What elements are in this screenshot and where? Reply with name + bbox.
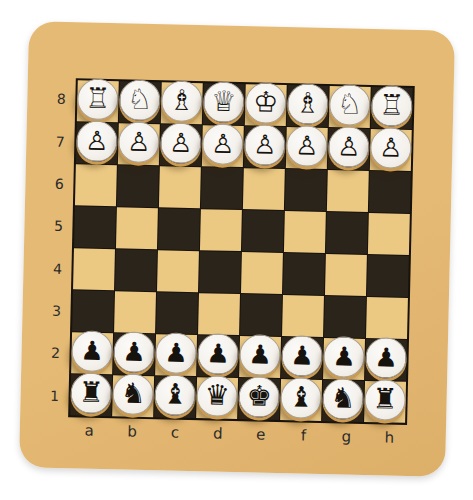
piece-glyph: ♙ — [85, 127, 109, 154]
piece-white-pawn[interactable]: ♙ — [244, 124, 286, 166]
piece-white-rook[interactable]: ♖ — [371, 85, 413, 127]
square-c5[interactable] — [158, 208, 200, 250]
square-g1[interactable]: ♞ — [322, 380, 364, 422]
square-f7[interactable]: ♙ — [286, 127, 328, 169]
file-label-h: h — [368, 426, 411, 449]
file-label-d: d — [196, 422, 239, 445]
piece-glyph: ♔ — [253, 88, 279, 117]
piece-glyph: ♟ — [122, 338, 146, 365]
square-a1[interactable]: ♜ — [70, 374, 112, 416]
piece-black-king[interactable]: ♚ — [238, 376, 280, 418]
square-h2[interactable]: ♟ — [365, 339, 407, 381]
square-a2[interactable]: ♟ — [71, 332, 113, 374]
file-label-e: e — [239, 423, 282, 446]
rank-label-7: 7 — [50, 120, 71, 163]
square-h5[interactable] — [368, 213, 410, 255]
piece-glyph: ♟ — [206, 340, 230, 367]
square-f4[interactable] — [283, 253, 325, 295]
piece-glyph: ♙ — [253, 131, 277, 158]
rank-label-1: 1 — [44, 374, 65, 417]
square-h4[interactable] — [367, 255, 409, 297]
piece-glyph: ♝ — [288, 383, 314, 412]
piece-glyph: ♟ — [374, 344, 398, 371]
piece-white-queen[interactable]: ♕ — [203, 81, 245, 123]
square-b3[interactable] — [114, 291, 156, 333]
piece-glyph: ♚ — [246, 382, 272, 411]
square-a3[interactable] — [72, 290, 114, 332]
square-h7[interactable]: ♙ — [370, 129, 412, 171]
piece-glyph: ♙ — [379, 134, 403, 161]
piece-white-pawn[interactable]: ♙ — [202, 123, 244, 165]
file-label-a: a — [68, 419, 111, 442]
square-d3[interactable] — [198, 293, 240, 335]
square-h3[interactable] — [366, 297, 408, 339]
piece-glyph: ♝ — [162, 380, 188, 409]
square-g2[interactable]: ♟ — [323, 338, 365, 380]
rank-label-5: 5 — [48, 205, 69, 248]
square-b7[interactable]: ♙ — [118, 123, 160, 165]
rank-label-4: 4 — [47, 247, 68, 290]
rank-label-8: 8 — [51, 78, 72, 121]
square-b2[interactable]: ♟ — [113, 333, 155, 375]
piece-white-pawn[interactable]: ♙ — [286, 125, 328, 167]
square-c3[interactable] — [156, 292, 198, 334]
square-g7[interactable]: ♙ — [328, 128, 370, 170]
piece-glyph: ♘ — [337, 90, 363, 119]
piece-glyph: ♙ — [295, 132, 319, 159]
square-e5[interactable] — [242, 210, 284, 252]
square-e4[interactable] — [241, 252, 283, 294]
piece-black-knight[interactable]: ♞ — [322, 378, 364, 420]
piece-glyph: ♙ — [211, 130, 235, 157]
piece-glyph: ♙ — [337, 133, 361, 160]
product-photo-scene: 87654321 ♖♘♗♕♔♗♘♖♙♙♙♙♙♙♙♙♟♟♟♟♟♟♟♟♜♞♝♛♚♝♞… — [0, 0, 473, 500]
square-a5[interactable] — [74, 206, 116, 248]
piece-black-knight[interactable]: ♞ — [112, 373, 154, 415]
piece-glyph: ♟ — [332, 343, 356, 370]
square-f3[interactable] — [282, 295, 324, 337]
square-e6[interactable] — [243, 168, 285, 210]
square-c4[interactable] — [157, 250, 199, 292]
square-e1[interactable]: ♚ — [238, 378, 280, 420]
square-h1[interactable]: ♜ — [364, 381, 406, 423]
square-d5[interactable] — [200, 209, 242, 251]
square-c6[interactable] — [159, 166, 201, 208]
square-b8[interactable]: ♘ — [119, 81, 161, 123]
square-g3[interactable] — [324, 296, 366, 338]
square-d2[interactable]: ♟ — [197, 335, 239, 377]
piece-black-pawn[interactable]: ♟ — [197, 333, 239, 375]
square-a6[interactable] — [75, 164, 117, 206]
square-a8[interactable]: ♖ — [77, 80, 119, 122]
piece-glyph: ♟ — [248, 341, 272, 368]
square-g5[interactable] — [326, 212, 368, 254]
file-label-b: b — [110, 420, 153, 443]
piece-white-king[interactable]: ♔ — [245, 82, 287, 124]
square-e2[interactable]: ♟ — [239, 336, 281, 378]
square-f6[interactable] — [285, 169, 327, 211]
square-h6[interactable] — [369, 171, 411, 213]
rank-label-2: 2 — [45, 332, 66, 375]
piece-black-pawn[interactable]: ♟ — [113, 331, 155, 373]
piece-white-pawn[interactable]: ♙ — [76, 120, 118, 162]
piece-white-knight[interactable]: ♘ — [119, 79, 161, 121]
square-b6[interactable] — [117, 165, 159, 207]
piece-glyph: ♟ — [164, 339, 188, 366]
piece-black-pawn[interactable]: ♟ — [239, 334, 281, 376]
square-c8[interactable]: ♗ — [161, 82, 203, 124]
square-g8[interactable]: ♘ — [329, 86, 371, 128]
square-c2[interactable]: ♟ — [155, 334, 197, 376]
piece-black-pawn[interactable]: ♟ — [71, 330, 113, 372]
square-d1[interactable]: ♛ — [196, 377, 238, 419]
board-grid: ♖♘♗♕♔♗♘♖♙♙♙♙♙♙♙♙♟♟♟♟♟♟♟♟♜♞♝♛♚♝♞♜ — [68, 78, 415, 425]
square-d4[interactable] — [199, 251, 241, 293]
piece-white-pawn[interactable]: ♙ — [370, 127, 412, 169]
square-e3[interactable] — [240, 294, 282, 336]
square-f5[interactable] — [284, 211, 326, 253]
piece-black-bishop[interactable]: ♝ — [280, 377, 322, 419]
piece-glyph: ♟ — [80, 337, 104, 364]
square-f8[interactable]: ♗ — [287, 85, 329, 127]
piece-black-rook[interactable]: ♜ — [70, 372, 112, 414]
piece-glyph: ♞ — [120, 379, 146, 408]
piece-black-pawn[interactable]: ♟ — [365, 337, 407, 379]
piece-glyph: ♗ — [169, 86, 195, 115]
file-label-c: c — [153, 421, 196, 444]
file-label-f: f — [282, 424, 325, 447]
piece-glyph: ♜ — [372, 385, 398, 414]
square-g6[interactable] — [327, 170, 369, 212]
piece-glyph: ♗ — [295, 89, 321, 118]
square-a4[interactable] — [73, 248, 115, 290]
piece-white-pawn[interactable]: ♙ — [328, 126, 370, 168]
square-b4[interactable] — [115, 249, 157, 291]
rank-label-3: 3 — [46, 290, 67, 333]
square-e8[interactable]: ♔ — [245, 84, 287, 126]
square-e7[interactable]: ♙ — [244, 126, 286, 168]
piece-glyph: ♜ — [78, 378, 104, 407]
chess-mat: 87654321 ♖♘♗♕♔♗♘♖♙♙♙♙♙♙♙♙♟♟♟♟♟♟♟♟♜♞♝♛♚♝♞… — [19, 21, 455, 477]
square-f2[interactable]: ♟ — [281, 337, 323, 379]
square-c7[interactable]: ♙ — [160, 124, 202, 166]
square-h8[interactable]: ♖ — [371, 87, 413, 129]
piece-glyph: ♙ — [169, 129, 193, 156]
piece-black-rook[interactable]: ♜ — [364, 379, 406, 421]
square-d7[interactable]: ♙ — [202, 125, 244, 167]
piece-glyph: ♙ — [127, 128, 151, 155]
piece-glyph: ♕ — [211, 87, 237, 116]
piece-glyph: ♘ — [127, 85, 153, 114]
piece-glyph: ♖ — [85, 84, 111, 113]
piece-glyph: ♟ — [290, 342, 314, 369]
piece-white-bishop[interactable]: ♗ — [287, 83, 329, 125]
piece-black-pawn[interactable]: ♟ — [323, 336, 365, 378]
square-d8[interactable]: ♕ — [203, 83, 245, 125]
square-a7[interactable]: ♙ — [76, 122, 118, 164]
square-f1[interactable]: ♝ — [280, 379, 322, 421]
rank-label-6: 6 — [49, 162, 70, 205]
piece-black-bishop[interactable]: ♝ — [154, 374, 196, 416]
piece-glyph: ♛ — [204, 381, 230, 410]
file-label-g: g — [325, 425, 368, 448]
piece-white-knight[interactable]: ♘ — [329, 84, 371, 126]
piece-black-pawn[interactable]: ♟ — [281, 335, 323, 377]
square-b1[interactable]: ♞ — [112, 375, 154, 417]
square-c1[interactable]: ♝ — [154, 376, 196, 418]
square-d6[interactable] — [201, 167, 243, 209]
square-b5[interactable] — [116, 207, 158, 249]
piece-white-pawn[interactable]: ♙ — [160, 122, 202, 164]
piece-black-pawn[interactable]: ♟ — [155, 332, 197, 374]
rank-labels: 87654321 — [44, 78, 72, 417]
piece-glyph: ♞ — [330, 384, 356, 413]
piece-white-bishop[interactable]: ♗ — [161, 80, 203, 122]
square-g4[interactable] — [325, 254, 367, 296]
piece-black-queen[interactable]: ♛ — [196, 375, 238, 417]
piece-white-rook[interactable]: ♖ — [77, 78, 119, 120]
piece-white-pawn[interactable]: ♙ — [118, 121, 160, 163]
piece-glyph: ♖ — [379, 91, 405, 120]
